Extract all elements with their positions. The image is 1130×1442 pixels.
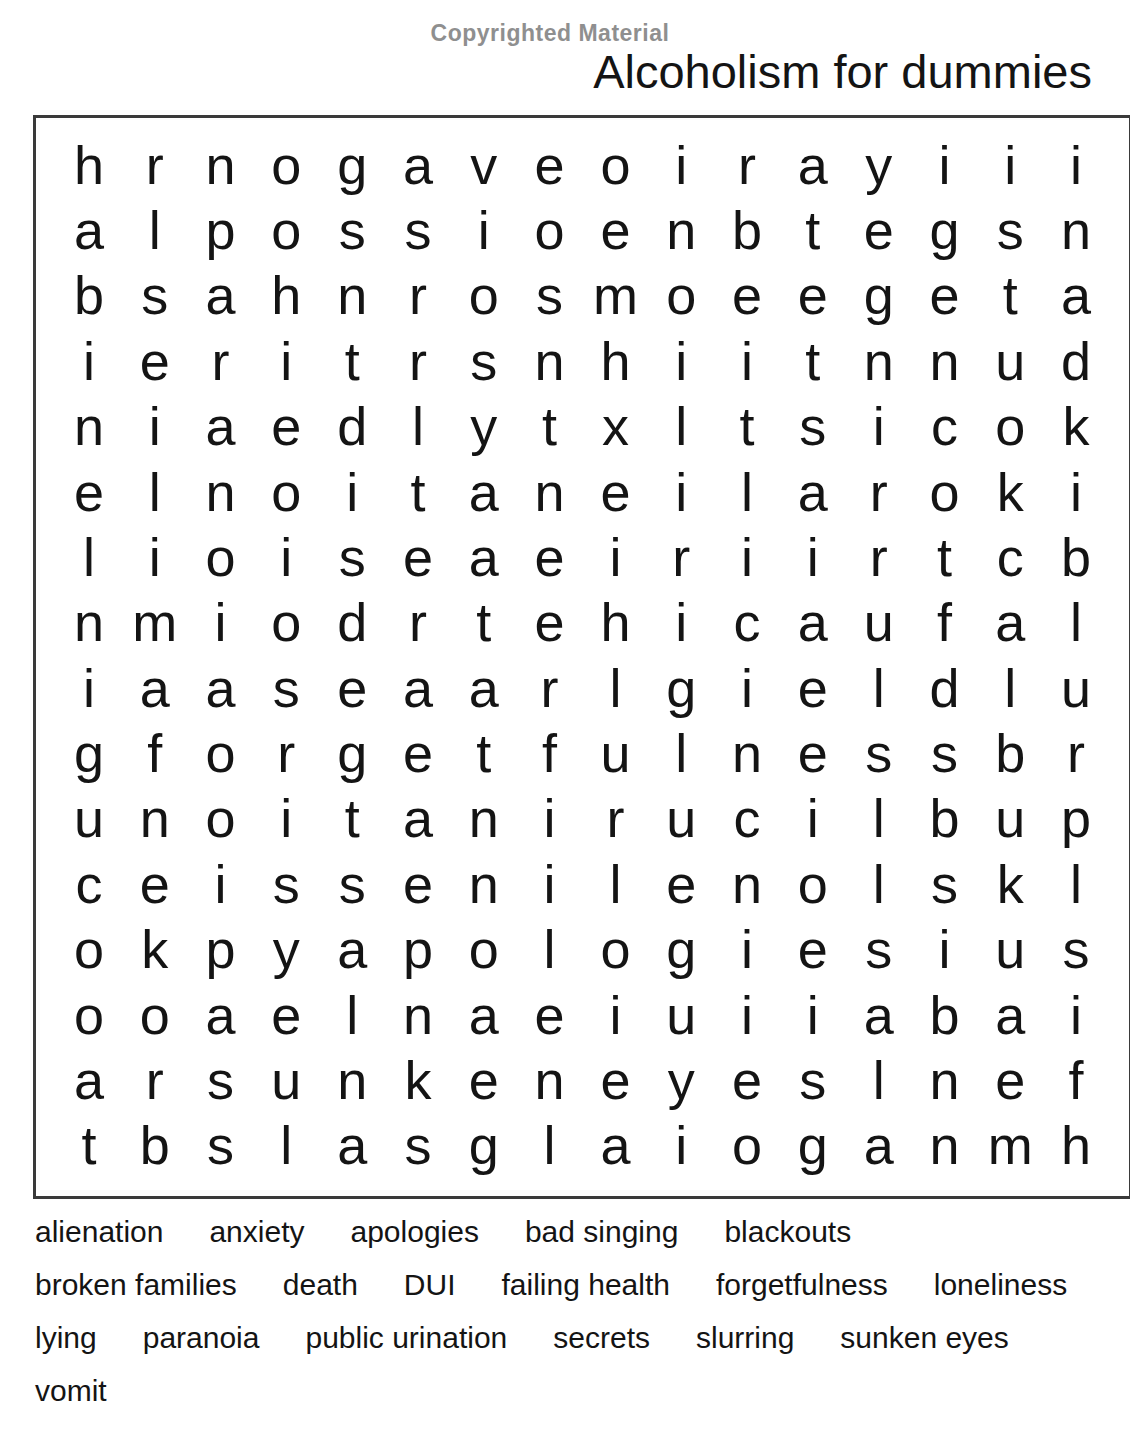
grid-cell-r15c2: r bbox=[122, 1047, 188, 1112]
word-item: secrets bbox=[553, 1321, 650, 1355]
grid-cell-r6c16: i bbox=[1043, 459, 1109, 524]
grid-cell-r4c4: i bbox=[253, 328, 319, 393]
grid-cell-r16c8: l bbox=[517, 1113, 583, 1178]
grid-cell-r9c1: i bbox=[56, 655, 122, 720]
grid-cell-r2c10: n bbox=[648, 197, 714, 262]
word-item: anxiety bbox=[209, 1215, 304, 1249]
grid-cell-r11c15: u bbox=[977, 786, 1043, 851]
word-item: apologies bbox=[351, 1215, 479, 1249]
grid-cell-r3c8: s bbox=[517, 263, 583, 328]
grid-cell-r9c2: a bbox=[122, 655, 188, 720]
grid-cell-r11c16: p bbox=[1043, 786, 1109, 851]
word-item: broken families bbox=[35, 1268, 237, 1302]
grid-cell-r14c3: a bbox=[188, 982, 254, 1047]
grid-cell-r6c13: r bbox=[846, 459, 912, 524]
grid-cell-r13c6: p bbox=[385, 917, 451, 982]
grid-cell-r6c7: a bbox=[451, 459, 517, 524]
grid-cell-r8c11: c bbox=[714, 590, 780, 655]
grid-cell-r1c5: g bbox=[319, 132, 385, 197]
grid-cell-r11c8: i bbox=[517, 786, 583, 851]
word-list: alienationanxietyapologiesbad singingbla… bbox=[35, 1205, 1105, 1417]
grid-cell-r10c11: n bbox=[714, 720, 780, 785]
grid-cell-r12c14: s bbox=[912, 851, 978, 916]
grid-cell-r8c2: m bbox=[122, 590, 188, 655]
grid-cell-r7c12: i bbox=[780, 524, 846, 589]
word-item: alienation bbox=[35, 1215, 163, 1249]
grid-cell-r10c16: r bbox=[1043, 720, 1109, 785]
grid-cell-r9c7: a bbox=[451, 655, 517, 720]
grid-cell-r10c13: s bbox=[846, 720, 912, 785]
grid-cell-r5c13: i bbox=[846, 394, 912, 459]
grid-cell-r8c14: f bbox=[912, 590, 978, 655]
grid-cell-r8c3: i bbox=[188, 590, 254, 655]
grid-cell-r8c6: r bbox=[385, 590, 451, 655]
grid-cell-r2c2: l bbox=[122, 197, 188, 262]
grid-cell-r11c11: c bbox=[714, 786, 780, 851]
grid-cell-r10c9: u bbox=[583, 720, 649, 785]
grid-cell-r10c10: l bbox=[648, 720, 714, 785]
grid-cell-r2c9: e bbox=[583, 197, 649, 262]
grid-cell-r8c5: d bbox=[319, 590, 385, 655]
grid-cell-r13c2: k bbox=[122, 917, 188, 982]
grid-cell-r11c4: i bbox=[253, 786, 319, 851]
grid-cell-r9c16: u bbox=[1043, 655, 1109, 720]
grid-cell-r2c13: e bbox=[846, 197, 912, 262]
grid-cell-r11c12: i bbox=[780, 786, 846, 851]
word-item: blackouts bbox=[724, 1215, 851, 1249]
grid-cell-r12c12: o bbox=[780, 851, 846, 916]
grid-cell-r8c1: n bbox=[56, 590, 122, 655]
grid-cell-r6c10: i bbox=[648, 459, 714, 524]
word-item: loneliness bbox=[934, 1268, 1067, 1302]
grid-cell-r5c6: l bbox=[385, 394, 451, 459]
grid-cell-r16c15: m bbox=[977, 1113, 1043, 1178]
grid-cell-r7c15: c bbox=[977, 524, 1043, 589]
grid-cell-r5c16: k bbox=[1043, 394, 1109, 459]
grid-cell-r9c15: l bbox=[977, 655, 1043, 720]
grid-cell-r4c7: s bbox=[451, 328, 517, 393]
grid-cell-r14c11: i bbox=[714, 982, 780, 1047]
grid-cell-r14c1: o bbox=[56, 982, 122, 1047]
grid-cell-r5c10: l bbox=[648, 394, 714, 459]
grid-cell-r12c10: e bbox=[648, 851, 714, 916]
grid-cell-r1c8: e bbox=[517, 132, 583, 197]
grid-cell-r5c4: e bbox=[253, 394, 319, 459]
grid-cell-r7c7: a bbox=[451, 524, 517, 589]
grid-cell-r6c11: l bbox=[714, 459, 780, 524]
grid-cell-r2c6: s bbox=[385, 197, 451, 262]
grid-cell-r15c11: e bbox=[714, 1047, 780, 1112]
grid-cell-r3c13: g bbox=[846, 263, 912, 328]
grid-cell-r3c7: o bbox=[451, 263, 517, 328]
grid-cell-r14c5: l bbox=[319, 982, 385, 1047]
grid-cell-r7c14: t bbox=[912, 524, 978, 589]
grid-cell-r8c10: i bbox=[648, 590, 714, 655]
grid-cell-r15c3: s bbox=[188, 1047, 254, 1112]
grid-cell-r8c4: o bbox=[253, 590, 319, 655]
grid-cell-r8c8: e bbox=[517, 590, 583, 655]
grid-cell-r6c4: o bbox=[253, 459, 319, 524]
grid-cell-r2c12: t bbox=[780, 197, 846, 262]
grid-cell-r9c5: e bbox=[319, 655, 385, 720]
grid-cell-r7c1: l bbox=[56, 524, 122, 589]
grid-cell-r4c1: i bbox=[56, 328, 122, 393]
grid-cell-r15c5: n bbox=[319, 1047, 385, 1112]
grid-cell-r4c15: u bbox=[977, 328, 1043, 393]
grid-cell-r12c4: s bbox=[253, 851, 319, 916]
grid-cell-r2c14: g bbox=[912, 197, 978, 262]
grid-cell-r8c9: h bbox=[583, 590, 649, 655]
grid-cell-r11c13: l bbox=[846, 786, 912, 851]
word-item: death bbox=[283, 1268, 358, 1302]
grid-cell-r1c12: a bbox=[780, 132, 846, 197]
grid-cell-r16c5: a bbox=[319, 1113, 385, 1178]
grid-cell-r12c9: l bbox=[583, 851, 649, 916]
grid-cell-r5c3: a bbox=[188, 394, 254, 459]
grid-cell-r15c1: a bbox=[56, 1047, 122, 1112]
grid-cell-r4c16: d bbox=[1043, 328, 1109, 393]
grid-cell-r9c10: g bbox=[648, 655, 714, 720]
puzzle-page: Copyrighted Material Alcoholism for dumm… bbox=[0, 0, 1130, 1442]
grid-cell-r11c14: b bbox=[912, 786, 978, 851]
grid-cell-r1c2: r bbox=[122, 132, 188, 197]
grid-cell-r10c4: r bbox=[253, 720, 319, 785]
grid-cell-r9c9: l bbox=[583, 655, 649, 720]
grid-cell-r10c7: t bbox=[451, 720, 517, 785]
grid-cell-r15c4: u bbox=[253, 1047, 319, 1112]
grid-cell-r16c16: h bbox=[1043, 1113, 1109, 1178]
grid-cell-r3c11: e bbox=[714, 263, 780, 328]
grid-cell-r4c9: h bbox=[583, 328, 649, 393]
grid-cell-r10c12: e bbox=[780, 720, 846, 785]
grid-cell-r8c13: u bbox=[846, 590, 912, 655]
grid-cell-r16c12: g bbox=[780, 1113, 846, 1178]
grid-cell-r3c10: o bbox=[648, 263, 714, 328]
grid-cell-r2c5: s bbox=[319, 197, 385, 262]
grid-cell-r2c1: a bbox=[56, 197, 122, 262]
grid-cell-r14c12: i bbox=[780, 982, 846, 1047]
grid-cell-r14c6: n bbox=[385, 982, 451, 1047]
grid-cell-r15c6: k bbox=[385, 1047, 451, 1112]
grid-cell-r13c10: g bbox=[648, 917, 714, 982]
grid-cell-r12c5: s bbox=[319, 851, 385, 916]
grid-cell-r3c2: s bbox=[122, 263, 188, 328]
grid-cell-r5c11: t bbox=[714, 394, 780, 459]
grid-cell-r13c12: e bbox=[780, 917, 846, 982]
grid-cell-r1c4: o bbox=[253, 132, 319, 197]
grid-cell-r1c11: r bbox=[714, 132, 780, 197]
grid-cell-r4c11: i bbox=[714, 328, 780, 393]
grid-cell-r10c5: g bbox=[319, 720, 385, 785]
grid-cell-r9c12: e bbox=[780, 655, 846, 720]
grid-cell-r10c8: f bbox=[517, 720, 583, 785]
grid-cell-r13c7: o bbox=[451, 917, 517, 982]
grid-cell-r14c4: e bbox=[253, 982, 319, 1047]
word-item: public urination bbox=[305, 1321, 507, 1355]
grid-cell-r3c5: n bbox=[319, 263, 385, 328]
grid-cell-r12c2: e bbox=[122, 851, 188, 916]
grid-cell-r2c15: s bbox=[977, 197, 1043, 262]
word-list-line-1: alienationanxietyapologiesbad singingbla… bbox=[35, 1205, 1105, 1258]
grid-cell-r4c12: t bbox=[780, 328, 846, 393]
grid-cell-r16c1: t bbox=[56, 1113, 122, 1178]
grid-cell-r10c2: f bbox=[122, 720, 188, 785]
grid-cell-r12c13: l bbox=[846, 851, 912, 916]
grid-cell-r13c9: o bbox=[583, 917, 649, 982]
grid-cell-r5c2: i bbox=[122, 394, 188, 459]
grid-cell-r6c12: a bbox=[780, 459, 846, 524]
grid-cell-r12c16: l bbox=[1043, 851, 1109, 916]
grid-cell-r2c8: o bbox=[517, 197, 583, 262]
grid-cell-r1c3: n bbox=[188, 132, 254, 197]
grid-cell-r7c5: s bbox=[319, 524, 385, 589]
grid-cell-r4c10: i bbox=[648, 328, 714, 393]
grid-cell-r5c8: t bbox=[517, 394, 583, 459]
grid-cell-r11c7: n bbox=[451, 786, 517, 851]
grid-cell-r1c16: i bbox=[1043, 132, 1109, 197]
grid-cell-r8c7: t bbox=[451, 590, 517, 655]
grid-cell-r13c4: y bbox=[253, 917, 319, 982]
word-list-line-3: lyingparanoiapublic urinationsecretsslur… bbox=[35, 1311, 1105, 1364]
grid-cell-r9c8: r bbox=[517, 655, 583, 720]
grid-cell-r13c8: l bbox=[517, 917, 583, 982]
grid-cell-r16c6: s bbox=[385, 1113, 451, 1178]
grid-cell-r10c3: o bbox=[188, 720, 254, 785]
grid-cell-r8c16: l bbox=[1043, 590, 1109, 655]
grid-cell-r3c6: r bbox=[385, 263, 451, 328]
grid-cell-r4c14: n bbox=[912, 328, 978, 393]
grid-cell-r6c2: l bbox=[122, 459, 188, 524]
grid-cell-r13c15: u bbox=[977, 917, 1043, 982]
grid-cell-r14c16: i bbox=[1043, 982, 1109, 1047]
grid-cell-r9c14: d bbox=[912, 655, 978, 720]
grid-cell-r14c9: i bbox=[583, 982, 649, 1047]
grid-cell-r4c2: e bbox=[122, 328, 188, 393]
grid-cell-r7c9: i bbox=[583, 524, 649, 589]
grid-cell-r13c3: p bbox=[188, 917, 254, 982]
grid-cell-r15c12: s bbox=[780, 1047, 846, 1112]
grid-cell-r4c6: r bbox=[385, 328, 451, 393]
grid-cell-r1c10: i bbox=[648, 132, 714, 197]
grid-cell-r11c1: u bbox=[56, 786, 122, 851]
grid-cell-r12c6: e bbox=[385, 851, 451, 916]
grid-cell-r16c14: n bbox=[912, 1113, 978, 1178]
grid-cell-r10c6: e bbox=[385, 720, 451, 785]
grid-cell-r5c5: d bbox=[319, 394, 385, 459]
grid-cell-r1c13: y bbox=[846, 132, 912, 197]
grid-cell-r16c4: l bbox=[253, 1113, 319, 1178]
grid-cell-r7c10: r bbox=[648, 524, 714, 589]
grid-cell-r2c3: p bbox=[188, 197, 254, 262]
copyright-watermark: Copyrighted Material bbox=[0, 20, 1100, 47]
word-item: lying bbox=[35, 1321, 97, 1355]
grid-cell-r15c14: n bbox=[912, 1047, 978, 1112]
grid-cell-r13c13: s bbox=[846, 917, 912, 982]
grid-cell-r11c6: a bbox=[385, 786, 451, 851]
grid-cell-r9c13: l bbox=[846, 655, 912, 720]
grid-cell-r4c13: n bbox=[846, 328, 912, 393]
grid-cell-r5c14: c bbox=[912, 394, 978, 459]
grid-cell-r14c10: u bbox=[648, 982, 714, 1047]
word-item: vomit bbox=[35, 1374, 107, 1408]
grid-cell-r14c7: a bbox=[451, 982, 517, 1047]
grid-cell-r7c2: i bbox=[122, 524, 188, 589]
grid-cell-r7c8: e bbox=[517, 524, 583, 589]
grid-cell-r16c13: a bbox=[846, 1113, 912, 1178]
grid-cell-r15c7: e bbox=[451, 1047, 517, 1112]
grid-cell-r5c15: o bbox=[977, 394, 1043, 459]
grid-cell-r12c7: n bbox=[451, 851, 517, 916]
grid-cell-r11c9: r bbox=[583, 786, 649, 851]
grid-cell-r16c9: a bbox=[583, 1113, 649, 1178]
grid-cell-r5c7: y bbox=[451, 394, 517, 459]
grid-cell-r9c6: a bbox=[385, 655, 451, 720]
grid-cell-r1c7: v bbox=[451, 132, 517, 197]
grid-cell-r12c1: c bbox=[56, 851, 122, 916]
grid-cell-r15c9: e bbox=[583, 1047, 649, 1112]
grid-cell-r11c10: u bbox=[648, 786, 714, 851]
grid-cell-r15c13: l bbox=[846, 1047, 912, 1112]
grid-cell-r10c14: s bbox=[912, 720, 978, 785]
grid-cell-r12c3: i bbox=[188, 851, 254, 916]
word-item: slurring bbox=[696, 1321, 794, 1355]
grid-cell-r13c1: o bbox=[56, 917, 122, 982]
grid-cell-r6c15: k bbox=[977, 459, 1043, 524]
grid-cell-r13c14: i bbox=[912, 917, 978, 982]
grid-cell-r13c16: s bbox=[1043, 917, 1109, 982]
grid-cell-r2c11: b bbox=[714, 197, 780, 262]
grid-cell-r4c5: t bbox=[319, 328, 385, 393]
word-item: bad singing bbox=[525, 1215, 678, 1249]
grid-cell-r16c10: i bbox=[648, 1113, 714, 1178]
grid-cell-r16c7: g bbox=[451, 1113, 517, 1178]
wordsearch-grid: hrnogaveoirayiiialpossioenbtegsnbsahnros… bbox=[33, 115, 1130, 1199]
grid-cell-r9c11: i bbox=[714, 655, 780, 720]
word-item: failing health bbox=[502, 1268, 670, 1302]
grid-cell-r1c6: a bbox=[385, 132, 451, 197]
grid-cell-r12c15: k bbox=[977, 851, 1043, 916]
word-item: paranoia bbox=[143, 1321, 260, 1355]
grid-cell-r14c15: a bbox=[977, 982, 1043, 1047]
grid-cell-r16c2: b bbox=[122, 1113, 188, 1178]
grid-cell-r4c8: n bbox=[517, 328, 583, 393]
word-item: sunken eyes bbox=[840, 1321, 1008, 1355]
grid-cell-r14c2: o bbox=[122, 982, 188, 1047]
grid-cell-r7c6: e bbox=[385, 524, 451, 589]
word-item: DUI bbox=[404, 1268, 456, 1302]
grid-cell-r1c1: h bbox=[56, 132, 122, 197]
grid-cell-r6c6: t bbox=[385, 459, 451, 524]
word-item: forgetfulness bbox=[716, 1268, 888, 1302]
grid-cell-r14c13: a bbox=[846, 982, 912, 1047]
grid-cell-r6c5: i bbox=[319, 459, 385, 524]
grid-cell-r2c16: n bbox=[1043, 197, 1109, 262]
grid-cell-r13c11: i bbox=[714, 917, 780, 982]
grid-cell-r5c12: s bbox=[780, 394, 846, 459]
grid-cell-r12c8: i bbox=[517, 851, 583, 916]
grid-cell-r3c12: e bbox=[780, 263, 846, 328]
grid-cell-r3c16: a bbox=[1043, 263, 1109, 328]
grid-cell-r1c14: i bbox=[912, 132, 978, 197]
grid-cell-r4c3: r bbox=[188, 328, 254, 393]
grid-cell-r15c10: y bbox=[648, 1047, 714, 1112]
grid-cell-r11c5: t bbox=[319, 786, 385, 851]
grid-cell-r9c4: s bbox=[253, 655, 319, 720]
grid-cell-r5c1: n bbox=[56, 394, 122, 459]
grid-cell-r3c9: m bbox=[583, 263, 649, 328]
grid-cell-r10c1: g bbox=[56, 720, 122, 785]
grid-cell-r6c3: n bbox=[188, 459, 254, 524]
grid-cell-r7c16: b bbox=[1043, 524, 1109, 589]
grid-cell-r13c5: a bbox=[319, 917, 385, 982]
grid-cell-r7c4: i bbox=[253, 524, 319, 589]
grid-cell-r2c4: o bbox=[253, 197, 319, 262]
grid-cell-r6c9: e bbox=[583, 459, 649, 524]
grid-cell-r16c11: o bbox=[714, 1113, 780, 1178]
grid-cell-r7c13: r bbox=[846, 524, 912, 589]
grid-cell-r2c7: i bbox=[451, 197, 517, 262]
grid-cell-r3c3: a bbox=[188, 263, 254, 328]
grid-cell-r10c15: b bbox=[977, 720, 1043, 785]
grid-cell-r1c9: o bbox=[583, 132, 649, 197]
grid-cell-r3c1: b bbox=[56, 263, 122, 328]
grid-cell-r6c14: o bbox=[912, 459, 978, 524]
grid-cell-r3c15: t bbox=[977, 263, 1043, 328]
grid-cell-r15c8: n bbox=[517, 1047, 583, 1112]
grid-cell-r3c4: h bbox=[253, 263, 319, 328]
grid-cell-r14c8: e bbox=[517, 982, 583, 1047]
grid-cell-r15c16: f bbox=[1043, 1047, 1109, 1112]
grid-cell-r11c2: n bbox=[122, 786, 188, 851]
grid-cell-r7c3: o bbox=[188, 524, 254, 589]
grid-cell-r11c3: o bbox=[188, 786, 254, 851]
grid-cell-r7c11: i bbox=[714, 524, 780, 589]
word-list-line-4: vomit bbox=[35, 1364, 1105, 1417]
grid-cell-r6c1: e bbox=[56, 459, 122, 524]
grid-cell-r16c3: s bbox=[188, 1113, 254, 1178]
puzzle-title: Alcoholism for dummies bbox=[0, 44, 1092, 99]
grid-cell-r12c11: n bbox=[714, 851, 780, 916]
grid-cell-r15c15: e bbox=[977, 1047, 1043, 1112]
grid-cell-r3c14: e bbox=[912, 263, 978, 328]
grid-cell-r8c15: a bbox=[977, 590, 1043, 655]
grid-cell-r14c14: b bbox=[912, 982, 978, 1047]
grid-cell-r8c12: a bbox=[780, 590, 846, 655]
grid-cell-r9c3: a bbox=[188, 655, 254, 720]
grid-cell-r1c15: i bbox=[977, 132, 1043, 197]
word-list-line-2: broken familiesdeathDUIfailing healthfor… bbox=[35, 1258, 1105, 1311]
grid-cell-r6c8: n bbox=[517, 459, 583, 524]
grid-cell-r5c9: x bbox=[583, 394, 649, 459]
